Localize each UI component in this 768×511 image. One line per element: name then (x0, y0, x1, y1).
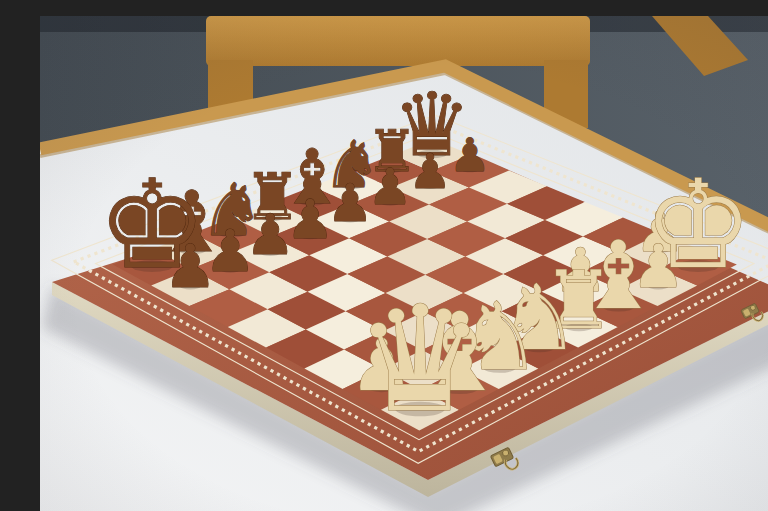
chess-set-photo: ♛♜♟♞♟♝♟♜♟♞♟♝♟♟♚♚♟♟♟♟♝♜♞♞♝♟♛ (40, 16, 768, 511)
scene-svg: ♛♜♟♞♟♝♟♜♟♞♟♝♟♟♚♚♟♟♟♟♝♜♞♞♝♟♛ (40, 16, 768, 511)
vignette (40, 16, 768, 511)
